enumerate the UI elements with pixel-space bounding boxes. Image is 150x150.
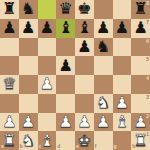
square-e7[interactable]: ♝ xyxy=(75,19,94,38)
square-g2[interactable]: ♝ xyxy=(113,113,132,132)
square-c8[interactable] xyxy=(38,0,57,19)
square-f7[interactable]: ♟ xyxy=(94,19,113,38)
black-pawn[interactable]: ♟ xyxy=(21,20,35,36)
square-a2[interactable]: ♟ xyxy=(0,113,19,132)
black-pawn[interactable]: ♟ xyxy=(96,20,110,36)
square-b4[interactable] xyxy=(19,75,38,94)
square-f8[interactable] xyxy=(94,0,113,19)
chess-board: ♜♞♛♚♜8♟♟♟♝♝♟♟♟7♟♞6♟5♛♟4♞♟3♟♟♟♟♟♝♟2♜a♞b♝c… xyxy=(0,0,150,150)
square-c2[interactable] xyxy=(38,113,57,132)
square-a3[interactable] xyxy=(0,94,19,113)
square-d8[interactable]: ♛ xyxy=(56,0,75,19)
square-e2[interactable]: ♟ xyxy=(75,113,94,132)
square-g7[interactable]: ♟ xyxy=(113,19,132,38)
white-queen[interactable]: ♛ xyxy=(2,76,16,92)
square-g1[interactable]: g xyxy=(113,131,132,150)
square-f4[interactable] xyxy=(94,75,113,94)
black-pawn[interactable]: ♟ xyxy=(2,20,16,36)
square-e3[interactable] xyxy=(75,94,94,113)
black-king[interactable]: ♚ xyxy=(77,1,91,17)
square-a1[interactable]: ♜a xyxy=(0,131,19,150)
square-a8[interactable]: ♜ xyxy=(0,0,19,19)
white-bishop[interactable]: ♝ xyxy=(115,114,129,130)
black-bishop[interactable]: ♝ xyxy=(77,20,91,36)
square-g6[interactable] xyxy=(113,38,132,57)
white-pawn[interactable]: ♟ xyxy=(96,114,110,130)
square-d3[interactable] xyxy=(56,94,75,113)
square-c4[interactable]: ♟ xyxy=(38,75,57,94)
square-e8[interactable]: ♚ xyxy=(75,0,94,19)
white-rook[interactable]: ♜ xyxy=(2,133,16,149)
square-b3[interactable] xyxy=(19,94,38,113)
square-a6[interactable] xyxy=(0,38,19,57)
square-d7[interactable]: ♝ xyxy=(56,19,75,38)
square-c1[interactable]: ♝c xyxy=(38,131,57,150)
square-h6[interactable]: 6 xyxy=(131,38,150,57)
square-c3[interactable] xyxy=(38,94,57,113)
white-bishop[interactable]: ♝ xyxy=(40,133,54,149)
square-c5[interactable] xyxy=(38,56,57,75)
rank-label-4: 4 xyxy=(146,76,149,81)
square-b7[interactable]: ♟ xyxy=(19,19,38,38)
square-h1[interactable]: ♜1h xyxy=(131,131,150,150)
file-label-g: g xyxy=(114,144,117,149)
black-pawn[interactable]: ♟ xyxy=(133,20,147,36)
square-h4[interactable]: 4 xyxy=(131,75,150,94)
file-label-d: d xyxy=(57,144,60,149)
black-pawn[interactable]: ♟ xyxy=(40,20,54,36)
square-e4[interactable] xyxy=(75,75,94,94)
square-d4[interactable] xyxy=(56,75,75,94)
square-a7[interactable]: ♟ xyxy=(0,19,19,38)
square-f6[interactable]: ♞ xyxy=(94,38,113,57)
square-b6[interactable] xyxy=(19,38,38,57)
square-d2[interactable]: ♟ xyxy=(56,113,75,132)
rank-label-5: 5 xyxy=(146,57,149,62)
white-knight[interactable]: ♞ xyxy=(96,95,110,111)
square-g4[interactable] xyxy=(113,75,132,94)
white-pawn[interactable]: ♟ xyxy=(77,114,91,130)
black-knight[interactable]: ♞ xyxy=(21,1,35,17)
square-f5[interactable] xyxy=(94,56,113,75)
square-c6[interactable] xyxy=(38,38,57,57)
white-pawn[interactable]: ♟ xyxy=(2,114,16,130)
square-d6[interactable] xyxy=(56,38,75,57)
black-rook[interactable]: ♜ xyxy=(2,1,16,17)
black-pawn[interactable]: ♟ xyxy=(115,20,129,36)
white-rook[interactable]: ♜ xyxy=(133,133,147,149)
square-g8[interactable] xyxy=(113,0,132,19)
square-b2[interactable]: ♟ xyxy=(19,113,38,132)
square-a4[interactable]: ♛ xyxy=(0,75,19,94)
white-pawn[interactable]: ♟ xyxy=(115,95,129,111)
black-knight[interactable]: ♞ xyxy=(96,39,110,55)
square-g3[interactable]: ♟ xyxy=(113,94,132,113)
square-e6[interactable]: ♟ xyxy=(75,38,94,57)
white-pawn[interactable]: ♟ xyxy=(21,114,35,130)
black-queen[interactable]: ♛ xyxy=(58,1,72,17)
square-b5[interactable] xyxy=(19,56,38,75)
white-king[interactable]: ♚ xyxy=(77,133,91,149)
square-a5[interactable] xyxy=(0,56,19,75)
square-b1[interactable]: ♞b xyxy=(19,131,38,150)
white-pawn[interactable]: ♟ xyxy=(40,76,54,92)
black-bishop[interactable]: ♝ xyxy=(58,20,72,36)
rank-label-6: 6 xyxy=(146,39,149,44)
black-pawn[interactable]: ♟ xyxy=(77,39,91,55)
square-g5[interactable] xyxy=(113,56,132,75)
square-d1[interactable]: d xyxy=(56,131,75,150)
square-b8[interactable]: ♞ xyxy=(19,0,38,19)
square-f3[interactable]: ♞ xyxy=(94,94,113,113)
file-label-f: f xyxy=(95,144,97,149)
white-pawn[interactable]: ♟ xyxy=(58,114,72,130)
square-e1[interactable]: ♚e xyxy=(75,131,94,150)
square-d5[interactable]: ♟ xyxy=(56,56,75,75)
rank-label-3: 3 xyxy=(146,95,149,100)
square-c7[interactable]: ♟ xyxy=(38,19,57,38)
square-h3[interactable]: 3 xyxy=(131,94,150,113)
square-f1[interactable]: f xyxy=(94,131,113,150)
black-rook[interactable]: ♜ xyxy=(133,1,147,17)
white-knight[interactable]: ♞ xyxy=(21,133,35,149)
white-pawn[interactable]: ♟ xyxy=(133,114,147,130)
square-h7[interactable]: ♟7 xyxy=(131,19,150,38)
square-h2[interactable]: ♟2 xyxy=(131,113,150,132)
square-h8[interactable]: ♜8 xyxy=(131,0,150,19)
square-e5[interactable] xyxy=(75,56,94,75)
square-h5[interactable]: 5 xyxy=(131,56,150,75)
square-f2[interactable]: ♟ xyxy=(94,113,113,132)
black-pawn[interactable]: ♟ xyxy=(58,58,72,74)
